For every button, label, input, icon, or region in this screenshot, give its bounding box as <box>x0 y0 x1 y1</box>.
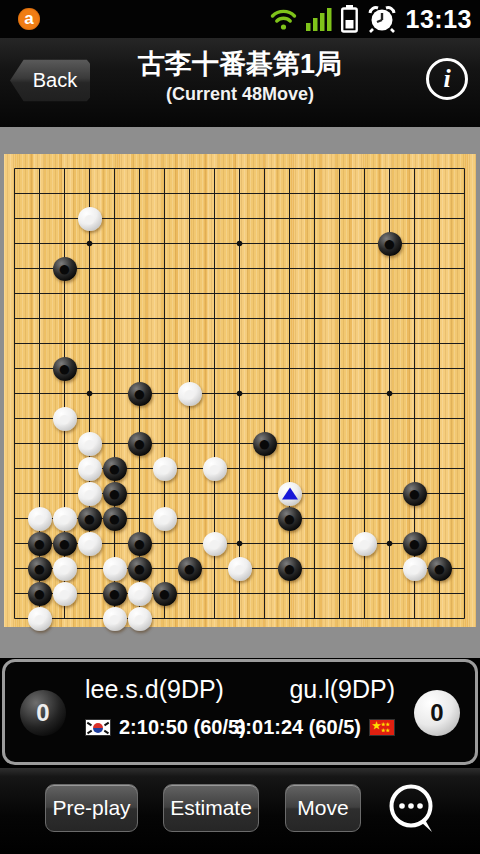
white-stone-B5: ● <box>28 507 52 531</box>
status-bar: a <box>0 0 480 39</box>
estimate-button[interactable]: Estimate <box>163 784 259 832</box>
white-stone-P4: ● <box>353 532 377 556</box>
white-stone-B1: ● <box>28 607 52 631</box>
white-stone-K3: ● <box>228 557 252 581</box>
white-stone-C3: ● <box>53 557 77 581</box>
white-captures-badge: 0 <box>414 690 460 736</box>
clock-time: 13:13 <box>406 5 472 34</box>
white-stone-E3: ● <box>103 557 127 581</box>
black-stone-F4: ● <box>128 532 152 556</box>
white-player-name: gu.l(9DP) <box>289 675 395 704</box>
black-stone-M5: ● <box>278 507 302 531</box>
alarm-clock-icon <box>367 5 397 33</box>
black-stone-F10: ● <box>128 382 152 406</box>
white-stone-D7: ● <box>78 457 102 481</box>
white-stone-D8: ● <box>78 432 102 456</box>
black-stone-C11: ● <box>53 357 77 381</box>
black-stone-M3: ● <box>278 557 302 581</box>
move-counter-subtitle: (Current 48Move) <box>90 84 390 105</box>
white-player-time: 3:01:24 (60/5) <box>234 716 361 739</box>
black-stone-C4: ● <box>53 532 77 556</box>
wifi-icon <box>270 8 297 31</box>
white-stone-G5: ● <box>153 507 177 531</box>
black-stone-D5: ● <box>78 507 102 531</box>
white-stone-D6: ● <box>78 482 102 506</box>
go-board[interactable]: ●●●●●●●●●●●●●●●●●●●●●●●●●●●●●●●●●●●●●●●●… <box>4 154 476 627</box>
white-stone-C5: ● <box>53 507 77 531</box>
white-stone-J7: ● <box>203 457 227 481</box>
last-move-marker <box>282 487 298 499</box>
black-player-name: lee.s.d(9DP) <box>85 675 224 704</box>
white-stone-R3: ● <box>403 557 427 581</box>
black-stone-R4: ● <box>403 532 427 556</box>
white-stone-J4: ● <box>203 532 227 556</box>
black-stone-Q16: ● <box>378 232 402 256</box>
black-stone-B3: ● <box>28 557 52 581</box>
south-korea-flag-icon <box>85 719 111 736</box>
black-stone-E2: ● <box>103 582 127 606</box>
black-stone-F3: ● <box>128 557 152 581</box>
china-flag-icon: ★★★★★ <box>369 719 395 736</box>
oro-app-icon: a <box>18 8 40 30</box>
white-stone-F2: ● <box>128 582 152 606</box>
black-stone-F8: ● <box>128 432 152 456</box>
black-stone-E6: ● <box>103 482 127 506</box>
white-stone-F1: ● <box>128 607 152 631</box>
white-stone-D4: ● <box>78 532 102 556</box>
black-stone-R6: ● <box>403 482 427 506</box>
action-bar: Pre-play Estimate Move <box>0 768 480 854</box>
chat-bubble-icon[interactable] <box>385 782 439 838</box>
black-captures-badge: 0 <box>20 690 66 736</box>
black-stone-C15: ● <box>53 257 77 281</box>
black-stone-L8: ● <box>253 432 277 456</box>
board-frame: ●●●●●●●●●●●●●●●●●●●●●●●●●●●●●●●●●●●●●●●●… <box>0 127 480 658</box>
black-stone-S3: ● <box>428 557 452 581</box>
white-stone-H10: ● <box>178 382 202 406</box>
white-stone-D17: ● <box>78 207 102 231</box>
black-stone-H3: ● <box>178 557 202 581</box>
white-stone-E1: ● <box>103 607 127 631</box>
black-stone-E5: ● <box>103 507 127 531</box>
screen: a <box>0 0 480 854</box>
white-stone-C2: ● <box>53 582 77 606</box>
black-stone-B4: ● <box>28 532 52 556</box>
black-stone-B2: ● <box>28 582 52 606</box>
move-button[interactable]: Move <box>285 784 361 832</box>
white-stone-M6: ● <box>278 482 302 506</box>
black-stone-E7: ● <box>103 457 127 481</box>
black-player-time: 2:10:50 (60/5) <box>119 716 246 739</box>
black-stone-G2: ● <box>153 582 177 606</box>
info-button[interactable]: i <box>426 58 468 100</box>
player-panel: 0 0 lee.s.d(9DP) gu.l(9DP) 2:10:50 (60/5… <box>2 659 478 765</box>
title-bar: Back 古李十番碁第1局 (Current 48Move) i <box>0 38 480 127</box>
signal-bars-icon <box>306 7 332 31</box>
page-title: 古李十番碁第1局 <box>90 46 390 82</box>
back-button[interactable]: Back <box>10 58 90 103</box>
white-stone-G7: ● <box>153 457 177 481</box>
white-stone-C9: ● <box>53 407 77 431</box>
battery-icon <box>341 5 358 33</box>
pre-play-button[interactable]: Pre-play <box>45 784 138 832</box>
